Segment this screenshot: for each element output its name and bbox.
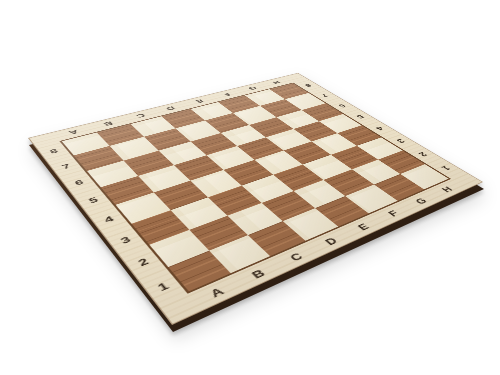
product-photo: ABCDEFGH ABCDEFGH 87654321 87654321 [0,0,500,375]
board-3d-wrapper: ABCDEFGH ABCDEFGH 87654321 87654321 [0,0,360,360]
